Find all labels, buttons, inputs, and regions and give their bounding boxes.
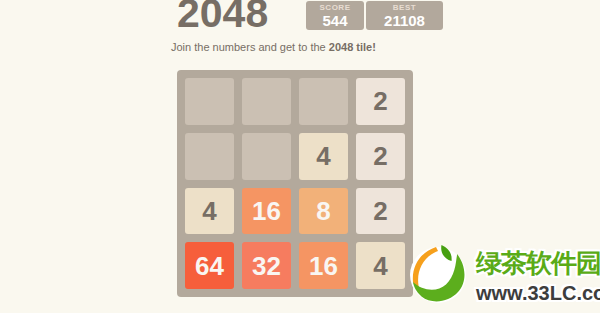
watermark-text: 绿茶软件园 www.33LC.com <box>476 246 600 305</box>
score-container: SCORE 544 BEST 21108 <box>306 1 443 30</box>
subtitle-goal: 2048 tile! <box>329 41 376 53</box>
tile-4: 4 <box>299 133 348 180</box>
watermark-site-url: www.33LC.com <box>476 282 600 305</box>
watermark: 绿茶软件园 www.33LC.com <box>406 242 600 313</box>
tile-4: 4 <box>356 242 405 289</box>
tile-8: 8 <box>299 188 348 235</box>
tile-2: 2 <box>356 78 405 125</box>
empty-cell <box>185 133 234 180</box>
watermark-site-name: 绿茶软件园 <box>476 246 600 281</box>
best-value: 21108 <box>366 12 443 29</box>
empty-cell <box>242 78 291 125</box>
tile-32: 32 <box>242 242 291 289</box>
game-board[interactable]: 242416826432164 <box>177 70 413 297</box>
score-value: 544 <box>306 12 364 29</box>
app-container: 2048 SCORE 544 BEST 21108 Join the numbe… <box>0 0 600 313</box>
tile-16: 16 <box>299 242 348 289</box>
score-box: SCORE 544 <box>306 1 364 30</box>
empty-cell <box>185 78 234 125</box>
best-box: BEST 21108 <box>366 1 443 30</box>
tile-2: 2 <box>356 188 405 235</box>
score-label: SCORE <box>306 4 364 12</box>
tile-4: 4 <box>185 188 234 235</box>
empty-cell <box>242 133 291 180</box>
empty-cell <box>299 78 348 125</box>
green-tea-leaf-logo <box>408 244 468 304</box>
game-title: 2048 <box>177 0 268 34</box>
subtitle: Join the numbers and get to the 2048 til… <box>171 41 376 53</box>
tile-2: 2 <box>356 133 405 180</box>
tile-16: 16 <box>242 188 291 235</box>
best-label: BEST <box>366 4 443 12</box>
subtitle-text: Join the numbers and get to the <box>171 41 329 53</box>
tile-64: 64 <box>185 242 234 289</box>
